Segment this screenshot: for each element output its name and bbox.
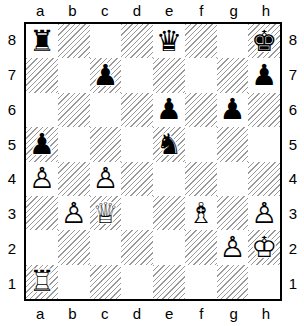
square-f6[interactable] [185, 93, 217, 127]
white-pawn-glyph: ♙ [248, 196, 280, 230]
file-labels-top: abcdefgh [24, 0, 282, 22]
square-d3[interactable] [121, 196, 153, 230]
rank-label-4: 4 [0, 162, 24, 197]
file-label-b: b [56, 3, 88, 22]
file-label-a: a [24, 301, 56, 321]
square-h1[interactable] [248, 265, 280, 299]
piece-black-king: ♚♚ [248, 24, 280, 58]
square-h6[interactable] [248, 93, 280, 127]
square-h4[interactable] [248, 162, 280, 196]
file-label-e: e [153, 301, 185, 321]
piece-black-pawn: ♟♟ [217, 93, 249, 127]
rank-label-4: 4 [282, 162, 304, 197]
square-c7[interactable]: ♟♟ [90, 58, 122, 92]
square-f3[interactable]: ♝♗ [185, 196, 217, 230]
square-e8[interactable]: ♛♛ [153, 24, 185, 58]
file-label-f: f [185, 301, 217, 321]
rank-label-8: 8 [0, 22, 24, 57]
piece-black-pawn: ♟♟ [26, 127, 58, 161]
white-rook-glyph: ♖ [26, 265, 58, 299]
piece-black-pawn: ♟♟ [90, 58, 122, 92]
rank-label-6: 6 [282, 92, 304, 127]
piece-black-pawn: ♟♟ [248, 58, 280, 92]
file-label-a: a [24, 3, 56, 22]
square-e4[interactable] [153, 162, 185, 196]
square-g6[interactable]: ♟♟ [217, 93, 249, 127]
square-d4[interactable] [121, 162, 153, 196]
file-label-c: c [89, 3, 121, 22]
rank-label-2: 2 [0, 231, 24, 266]
square-b7[interactable] [58, 58, 90, 92]
rank-label-7: 7 [282, 57, 304, 92]
square-g2[interactable]: ♟♙ [217, 230, 249, 264]
square-f7[interactable] [185, 58, 217, 92]
square-h3[interactable]: ♟♙ [248, 196, 280, 230]
rank-label-3: 3 [282, 196, 304, 231]
square-b3[interactable]: ♟♙ [58, 196, 90, 230]
square-g5[interactable] [217, 127, 249, 161]
file-label-e: e [153, 3, 185, 22]
square-d8[interactable] [121, 24, 153, 58]
rank-label-6: 6 [0, 92, 24, 127]
square-a1[interactable]: ♜♖ [26, 265, 58, 299]
white-pawn-glyph: ♙ [217, 230, 249, 264]
square-e6[interactable]: ♟♟ [153, 93, 185, 127]
rank-label-1: 1 [0, 266, 24, 301]
piece-white-bishop: ♝♗ [185, 196, 217, 230]
square-d2[interactable] [121, 230, 153, 264]
rank-labels-left: 87654321 [0, 22, 24, 301]
black-pawn-glyph: ♟ [153, 93, 185, 127]
white-pawn-glyph: ♙ [90, 162, 122, 196]
file-labels-bottom: abcdefgh [24, 301, 282, 326]
square-c4[interactable]: ♟♙ [90, 162, 122, 196]
square-d6[interactable] [121, 93, 153, 127]
rank-labels-right: 87654321 [282, 22, 304, 301]
square-f1[interactable] [185, 265, 217, 299]
square-b8[interactable] [58, 24, 90, 58]
white-king-glyph: ♔ [248, 230, 280, 264]
square-g8[interactable] [217, 24, 249, 58]
square-a2[interactable] [26, 230, 58, 264]
rank-label-3: 3 [0, 196, 24, 231]
square-c6[interactable] [90, 93, 122, 127]
file-label-g: g [218, 3, 250, 22]
square-f5[interactable] [185, 127, 217, 161]
square-f4[interactable] [185, 162, 217, 196]
square-b2[interactable] [58, 230, 90, 264]
piece-black-knight: ♞♞ [153, 127, 185, 161]
square-b1[interactable] [58, 265, 90, 299]
square-h5[interactable] [248, 127, 280, 161]
white-queen-glyph: ♕ [90, 196, 122, 230]
square-a4[interactable]: ♟♙ [26, 162, 58, 196]
piece-white-pawn: ♟♙ [217, 230, 249, 264]
square-h7[interactable]: ♟♟ [248, 58, 280, 92]
black-knight-glyph: ♞ [153, 127, 185, 161]
chess-diagram: abcdefgh 87654321 ♜♜♛♛♚♚♟♟♟♟♟♟♟♟♟♟♞♞♟♙♟♙… [0, 0, 304, 326]
corner-bottom-left [0, 301, 24, 326]
square-c5[interactable] [90, 127, 122, 161]
square-f2[interactable] [185, 230, 217, 264]
piece-white-king: ♚♔ [248, 230, 280, 264]
white-bishop-glyph: ♗ [185, 196, 217, 230]
square-e7[interactable] [153, 58, 185, 92]
rank-label-7: 7 [0, 57, 24, 92]
square-a7[interactable] [26, 58, 58, 92]
corner-bottom-right [282, 301, 304, 326]
file-label-f: f [185, 3, 217, 22]
square-d5[interactable] [121, 127, 153, 161]
white-pawn-glyph: ♙ [26, 162, 58, 196]
piece-black-queen: ♛♛ [153, 24, 185, 58]
file-label-d: d [121, 301, 153, 321]
square-e2[interactable] [153, 230, 185, 264]
rank-label-5: 5 [0, 127, 24, 162]
file-label-b: b [56, 301, 88, 321]
file-label-d: d [121, 3, 153, 22]
rank-label-8: 8 [282, 22, 304, 57]
black-pawn-glyph: ♟ [248, 58, 280, 92]
square-g4[interactable] [217, 162, 249, 196]
square-b4[interactable] [58, 162, 90, 196]
square-c3[interactable]: ♛♕ [90, 196, 122, 230]
piece-white-rook: ♜♖ [26, 265, 58, 299]
file-label-h: h [250, 3, 282, 22]
square-d1[interactable] [121, 265, 153, 299]
square-b6[interactable] [58, 93, 90, 127]
square-e3[interactable] [153, 196, 185, 230]
square-g7[interactable] [217, 58, 249, 92]
rank-label-2: 2 [282, 231, 304, 266]
square-c8[interactable] [90, 24, 122, 58]
piece-black-pawn: ♟♟ [153, 93, 185, 127]
square-d7[interactable] [121, 58, 153, 92]
square-a8[interactable]: ♜♜ [26, 24, 58, 58]
piece-white-queen: ♛♕ [90, 196, 122, 230]
black-rook-glyph: ♜ [26, 24, 58, 58]
black-pawn-glyph: ♟ [217, 93, 249, 127]
square-f8[interactable] [185, 24, 217, 58]
file-label-h: h [250, 301, 282, 321]
corner-top-left [0, 0, 24, 22]
square-c1[interactable] [90, 265, 122, 299]
piece-white-pawn: ♟♙ [58, 196, 90, 230]
piece-white-pawn: ♟♙ [248, 196, 280, 230]
square-h2[interactable]: ♚♔ [248, 230, 280, 264]
square-a6[interactable] [26, 93, 58, 127]
piece-white-pawn: ♟♙ [90, 162, 122, 196]
square-e1[interactable] [153, 265, 185, 299]
file-label-c: c [89, 301, 121, 321]
corner-top-right [282, 0, 304, 22]
black-pawn-glyph: ♟ [90, 58, 122, 92]
square-a3[interactable] [26, 196, 58, 230]
square-h8[interactable]: ♚♚ [248, 24, 280, 58]
square-b5[interactable] [58, 127, 90, 161]
square-g3[interactable] [217, 196, 249, 230]
piece-white-pawn: ♟♙ [26, 162, 58, 196]
square-g1[interactable] [217, 265, 249, 299]
square-c2[interactable] [90, 230, 122, 264]
piece-black-rook: ♜♜ [26, 24, 58, 58]
white-pawn-glyph: ♙ [58, 196, 90, 230]
rank-label-1: 1 [282, 266, 304, 301]
rank-label-5: 5 [282, 127, 304, 162]
black-king-glyph: ♚ [248, 24, 280, 58]
chess-board: ♜♜♛♛♚♚♟♟♟♟♟♟♟♟♟♟♞♞♟♙♟♙♟♙♛♕♝♗♟♙♟♙♚♔♜♖ [24, 22, 282, 301]
square-a5[interactable]: ♟♟ [26, 127, 58, 161]
file-label-g: g [218, 301, 250, 321]
black-pawn-glyph: ♟ [26, 127, 58, 161]
black-queen-glyph: ♛ [153, 24, 185, 58]
square-e5[interactable]: ♞♞ [153, 127, 185, 161]
